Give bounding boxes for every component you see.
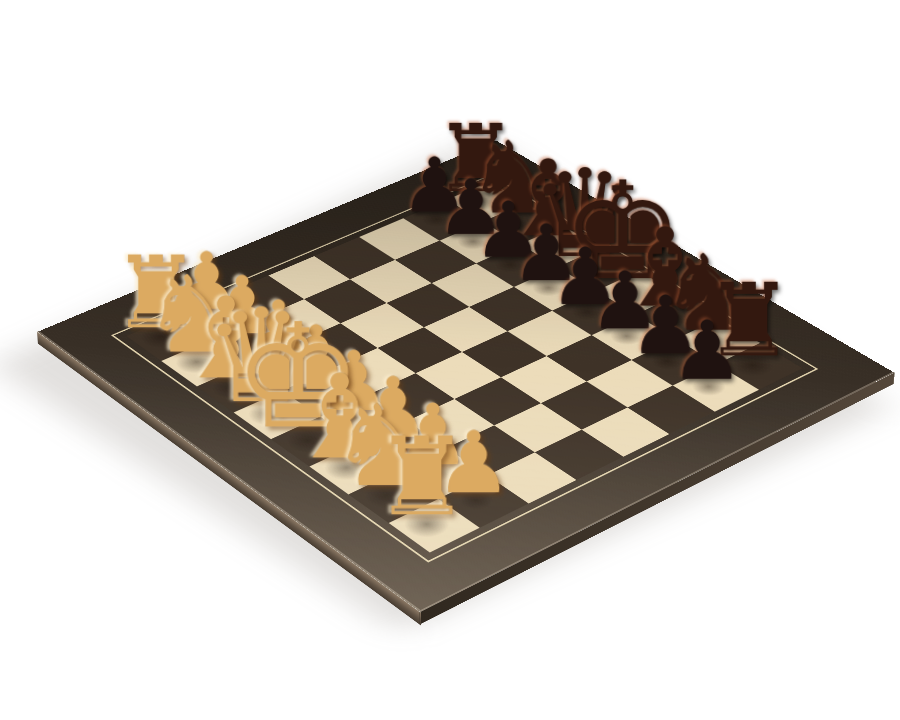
board-frame: ♜♞♝♛♚♝♞♜♟♟♟♟♟♟♟♟♟♟♟♟♟♟♟♟♜♞♝♛♚♝♞♜ xyxy=(38,140,895,611)
stage: ♜♞♝♛♚♝♞♜♟♟♟♟♟♟♟♟♟♟♟♟♟♟♟♟♜♞♝♛♚♝♞♜ xyxy=(0,0,900,720)
square-h1[interactable]: ♜ xyxy=(389,499,480,552)
piece-black-pawn-h7[interactable]: ♟ xyxy=(626,311,789,392)
piece-white-rook-h1[interactable]: ♜ xyxy=(335,424,508,532)
scene: ♜♞♝♛♚♝♞♜♟♟♟♟♟♟♟♟♟♟♟♟♟♟♟♟♜♞♝♛♚♝♞♜ xyxy=(0,0,900,720)
chessboard: ♜♞♝♛♚♝♞♜♟♟♟♟♟♟♟♟♟♟♟♟♟♟♟♟♜♞♝♛♚♝♞♜ xyxy=(38,140,895,611)
